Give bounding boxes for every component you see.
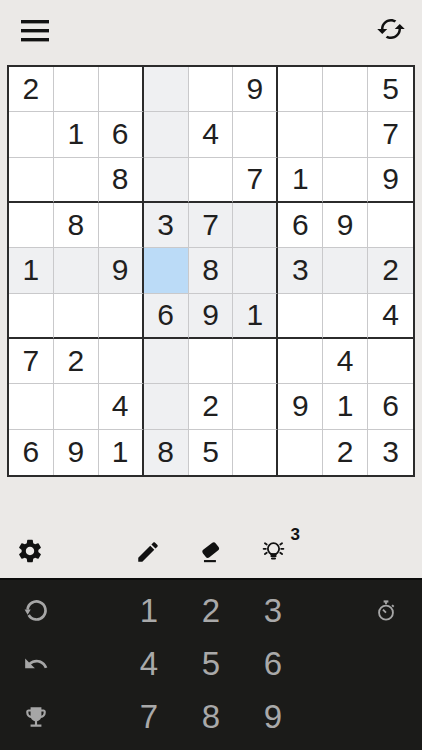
- lightbulb-icon: [260, 553, 287, 568]
- cell-r1c9[interactable]: 5: [368, 67, 413, 112]
- numpad-2[interactable]: 2: [180, 584, 242, 637]
- numpad-5[interactable]: 5: [180, 637, 242, 690]
- cell-r6c6[interactable]: 1: [233, 294, 278, 339]
- cell-r6c7[interactable]: [278, 294, 323, 339]
- tool-group: 3: [135, 538, 287, 565]
- eraser-icon: [197, 553, 224, 568]
- cell-r4c7[interactable]: 6: [278, 203, 323, 248]
- cell-r3c3[interactable]: 8: [99, 158, 144, 203]
- stopwatch-icon: [373, 612, 399, 627]
- numpad-3[interactable]: 3: [242, 584, 304, 637]
- undo-icon: [23, 665, 49, 680]
- cell-r8c9[interactable]: 6: [368, 384, 413, 429]
- cell-r4c6[interactable]: [233, 203, 278, 248]
- numpad-7[interactable]: 7: [118, 691, 180, 744]
- cell-r9c1[interactable]: 6: [9, 430, 54, 475]
- cell-r3c4[interactable]: [144, 158, 189, 203]
- cell-r5c1[interactable]: 1: [9, 248, 54, 293]
- cell-r1c1[interactable]: 2: [9, 67, 54, 112]
- cell-r5c6[interactable]: [233, 248, 278, 293]
- cell-r8c1[interactable]: [9, 384, 54, 429]
- cell-r1c8[interactable]: [323, 67, 368, 112]
- cell-r6c3[interactable]: [99, 294, 144, 339]
- hamburger-icon: [21, 30, 49, 45]
- new-game-button[interactable]: [376, 14, 406, 44]
- menu-button[interactable]: [21, 20, 49, 42]
- cell-r5c4[interactable]: [144, 248, 189, 293]
- cell-r3c6[interactable]: 7: [233, 158, 278, 203]
- cell-r4c9[interactable]: [368, 203, 413, 248]
- cell-r8c8[interactable]: 1: [323, 384, 368, 429]
- top-bar: [0, 0, 422, 65]
- cell-r1c5[interactable]: [189, 67, 234, 112]
- trophy-icon: [23, 718, 49, 733]
- cell-r4c3[interactable]: [99, 203, 144, 248]
- cell-r1c2[interactable]: [54, 67, 99, 112]
- cell-r2c3[interactable]: 6: [99, 112, 144, 157]
- cell-r2c4[interactable]: [144, 112, 189, 157]
- cell-r6c4[interactable]: 6: [144, 294, 189, 339]
- cell-r6c1[interactable]: [9, 294, 54, 339]
- cell-r2c2[interactable]: 1: [54, 112, 99, 157]
- cell-r1c3[interactable]: [99, 67, 144, 112]
- cell-r3c8[interactable]: [323, 158, 368, 203]
- numpad-6[interactable]: 6: [242, 637, 304, 690]
- cell-r3c9[interactable]: 9: [368, 158, 413, 203]
- notes-button[interactable]: [135, 539, 161, 565]
- cell-r3c1[interactable]: [9, 158, 54, 203]
- cell-r1c4[interactable]: [144, 67, 189, 112]
- cell-r5c5[interactable]: 8: [189, 248, 234, 293]
- cell-r1c7[interactable]: [278, 67, 323, 112]
- cell-r4c5[interactable]: 7: [189, 203, 234, 248]
- cell-r2c7[interactable]: [278, 112, 323, 157]
- numpad-1[interactable]: 1: [118, 584, 180, 637]
- cell-r7c9[interactable]: [368, 339, 413, 384]
- numpad-9[interactable]: 9: [242, 691, 304, 744]
- cell-r8c7[interactable]: 9: [278, 384, 323, 429]
- cell-r5c8[interactable]: [323, 248, 368, 293]
- cell-r9c7[interactable]: [278, 430, 323, 475]
- cell-r9c3[interactable]: 1: [99, 430, 144, 475]
- cell-r7c4[interactable]: [144, 339, 189, 384]
- number-pad: 123456789: [72, 584, 350, 744]
- cell-r7c8[interactable]: 4: [323, 339, 368, 384]
- sudoku-board: 2951647871983769198326914724429166918523: [7, 65, 415, 477]
- cell-r3c5[interactable]: [189, 158, 234, 203]
- cell-r1c6[interactable]: 9: [233, 67, 278, 112]
- cell-r3c2[interactable]: [54, 158, 99, 203]
- cell-r2c5[interactable]: 4: [189, 112, 234, 157]
- cell-r2c8[interactable]: [323, 112, 368, 157]
- cell-r6c2[interactable]: [54, 294, 99, 339]
- settings-button[interactable]: [16, 537, 44, 565]
- restart-icon: [23, 612, 50, 627]
- cell-r4c4[interactable]: 3: [144, 203, 189, 248]
- cell-r7c2[interactable]: 2: [54, 339, 99, 384]
- cell-r2c1[interactable]: [9, 112, 54, 157]
- cell-r9c9[interactable]: 3: [368, 430, 413, 475]
- cell-r6c9[interactable]: 4: [368, 294, 413, 339]
- cell-r9c5[interactable]: 5: [189, 430, 234, 475]
- erase-button[interactable]: [197, 538, 224, 565]
- undo-button[interactable]: [23, 651, 49, 677]
- cell-r4c8[interactable]: 9: [323, 203, 368, 248]
- numpad-4[interactable]: 4: [118, 637, 180, 690]
- cell-r4c1[interactable]: [9, 203, 54, 248]
- cell-r3c7[interactable]: 1: [278, 158, 323, 203]
- cell-r7c5[interactable]: [189, 339, 234, 384]
- cell-r7c1[interactable]: 7: [9, 339, 54, 384]
- restart-button[interactable]: [23, 597, 50, 624]
- cell-r5c2[interactable]: [54, 248, 99, 293]
- cell-r5c3[interactable]: 9: [99, 248, 144, 293]
- hint-button[interactable]: 3: [260, 538, 287, 565]
- cell-r9c4[interactable]: 8: [144, 430, 189, 475]
- gear-icon: [16, 553, 44, 568]
- cell-r7c7[interactable]: [278, 339, 323, 384]
- tool-bar: 3: [0, 477, 422, 578]
- cell-r4c2[interactable]: 8: [54, 203, 99, 248]
- cell-r9c2[interactable]: 9: [54, 430, 99, 475]
- cell-r2c9[interactable]: 7: [368, 112, 413, 157]
- cell-r8c2[interactable]: [54, 384, 99, 429]
- achievements-button[interactable]: [23, 704, 49, 730]
- number-panel: 123456789: [0, 578, 422, 750]
- cell-r2c6[interactable]: [233, 112, 278, 157]
- refresh-icon: [376, 32, 406, 47]
- cell-r8c3[interactable]: 4: [99, 384, 144, 429]
- cell-r9c6[interactable]: [233, 430, 278, 475]
- cell-r5c7[interactable]: 3: [278, 248, 323, 293]
- timer-button[interactable]: [373, 598, 399, 624]
- hint-count-badge: 3: [291, 526, 300, 543]
- cell-r9c8[interactable]: 2: [323, 430, 368, 475]
- pencil-icon: [135, 553, 161, 568]
- cell-r8c4[interactable]: [144, 384, 189, 429]
- cell-r8c5[interactable]: 2: [189, 384, 234, 429]
- numpad-8[interactable]: 8: [180, 691, 242, 744]
- cell-r7c6[interactable]: [233, 339, 278, 384]
- cell-r7c3[interactable]: [99, 339, 144, 384]
- cell-r5c9[interactable]: 2: [368, 248, 413, 293]
- cell-r6c5[interactable]: 9: [189, 294, 234, 339]
- cell-r8c6[interactable]: [233, 384, 278, 429]
- cell-r6c8[interactable]: [323, 294, 368, 339]
